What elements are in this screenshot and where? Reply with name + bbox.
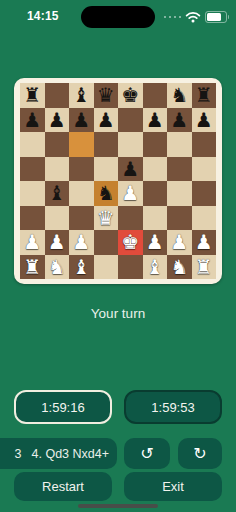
- square-h6[interactable]: [192, 132, 217, 157]
- piece-black-pawn: ♟: [97, 110, 115, 130]
- square-c3[interactable]: [69, 206, 94, 231]
- piece-black-knight: ♞: [97, 183, 115, 203]
- piece-white-knight: ♞: [170, 257, 188, 277]
- square-f8[interactable]: [143, 83, 168, 108]
- square-e7[interactable]: [118, 108, 143, 133]
- piece-black-knight: ♞: [170, 85, 188, 105]
- piece-black-queen: ♛: [97, 85, 115, 105]
- square-c8[interactable]: ♝: [69, 83, 94, 108]
- square-a4[interactable]: [20, 181, 45, 206]
- piece-white-pawn: ♟: [121, 183, 139, 203]
- cellular-signal-icon: [164, 16, 182, 19]
- square-e5[interactable]: ♟: [118, 157, 143, 182]
- square-c1[interactable]: ♝: [69, 255, 94, 280]
- square-a7[interactable]: ♟: [20, 108, 45, 133]
- battery-icon: [205, 11, 227, 23]
- bottom-buttons-row: Restart Exit: [14, 472, 222, 501]
- exit-button[interactable]: Exit: [124, 472, 222, 501]
- square-c2[interactable]: ♟: [69, 230, 94, 255]
- square-b3[interactable]: [45, 206, 70, 231]
- square-a3[interactable]: [20, 206, 45, 231]
- app-screen: 14:15 ♜♝♛♚♞♜♟♟♟♟♟♟♟♟♝♞♟♛♟♟♟♚♟♟♟♜♞♝♝♞♜ Yo…: [0, 0, 236, 512]
- square-f4[interactable]: [143, 181, 168, 206]
- square-h5[interactable]: [192, 157, 217, 182]
- square-b4[interactable]: ♝: [45, 181, 70, 206]
- square-b1[interactable]: ♞: [45, 255, 70, 280]
- square-f7[interactable]: ♟: [143, 108, 168, 133]
- square-c5[interactable]: [69, 157, 94, 182]
- piece-white-pawn: ♟: [170, 232, 188, 252]
- square-d3[interactable]: ♛: [94, 206, 119, 231]
- square-g6[interactable]: [167, 132, 192, 157]
- move-history[interactable]: 3 4. Qd3 Nxd4+: [0, 438, 117, 469]
- square-g5[interactable]: [167, 157, 192, 182]
- piece-black-pawn: ♟: [72, 110, 90, 130]
- piece-black-pawn: ♟: [121, 159, 139, 179]
- home-indicator[interactable]: [78, 504, 158, 508]
- square-f5[interactable]: [143, 157, 168, 182]
- board-frame: ♜♝♛♚♞♜♟♟♟♟♟♟♟♟♝♞♟♛♟♟♟♚♟♟♟♜♞♝♝♞♜: [14, 78, 222, 284]
- last-move-text: 4. Qd3 Nxd4+: [32, 447, 109, 461]
- square-e3[interactable]: [118, 206, 143, 231]
- piece-black-pawn: ♟: [48, 110, 66, 130]
- square-h8[interactable]: ♜: [192, 83, 217, 108]
- piece-black-pawn: ♟: [170, 110, 188, 130]
- square-h7[interactable]: ♟: [192, 108, 217, 133]
- square-d1[interactable]: [94, 255, 119, 280]
- square-b8[interactable]: [45, 83, 70, 108]
- chess-board[interactable]: ♜♝♛♚♞♜♟♟♟♟♟♟♟♟♝♞♟♛♟♟♟♚♟♟♟♜♞♝♝♞♜: [20, 83, 216, 279]
- square-e8[interactable]: ♚: [118, 83, 143, 108]
- square-e2[interactable]: ♚: [118, 230, 143, 255]
- square-g2[interactable]: ♟: [167, 230, 192, 255]
- square-a8[interactable]: ♜: [20, 83, 45, 108]
- square-b6[interactable]: [45, 132, 70, 157]
- square-d2[interactable]: [94, 230, 119, 255]
- piece-black-pawn: ♟: [195, 110, 213, 130]
- square-g3[interactable]: [167, 206, 192, 231]
- piece-white-knight: ♞: [48, 257, 66, 277]
- square-b7[interactable]: ♟: [45, 108, 70, 133]
- piece-white-pawn: ♟: [48, 232, 66, 252]
- square-f6[interactable]: [143, 132, 168, 157]
- piece-white-pawn: ♟: [72, 232, 90, 252]
- square-c4[interactable]: [69, 181, 94, 206]
- turn-status-text: Your turn: [0, 306, 236, 321]
- square-h2[interactable]: ♟: [192, 230, 217, 255]
- square-e4[interactable]: ♟: [118, 181, 143, 206]
- square-c6[interactable]: [69, 132, 94, 157]
- square-a2[interactable]: ♟: [20, 230, 45, 255]
- piece-black-rook: ♜: [195, 85, 213, 105]
- exit-label: Exit: [162, 479, 184, 494]
- restart-button[interactable]: Restart: [14, 472, 112, 501]
- piece-black-pawn: ♟: [23, 110, 41, 130]
- piece-black-rook: ♜: [23, 85, 41, 105]
- piece-black-pawn: ♟: [146, 110, 164, 130]
- square-d7[interactable]: ♟: [94, 108, 119, 133]
- square-g8[interactable]: ♞: [167, 83, 192, 108]
- restart-label: Restart: [42, 479, 84, 494]
- piece-black-bishop: ♝: [72, 85, 90, 105]
- piece-white-rook: ♜: [23, 257, 41, 277]
- square-h4[interactable]: [192, 181, 217, 206]
- move-history-tail: 3: [15, 447, 22, 461]
- square-g4[interactable]: [167, 181, 192, 206]
- square-e6[interactable]: [118, 132, 143, 157]
- square-f3[interactable]: [143, 206, 168, 231]
- square-a1[interactable]: ♜: [20, 255, 45, 280]
- white-clock: 1:59:16: [14, 390, 112, 424]
- square-f2[interactable]: ♟: [143, 230, 168, 255]
- square-c7[interactable]: ♟: [69, 108, 94, 133]
- piece-white-king: ♚: [121, 232, 139, 252]
- square-g7[interactable]: ♟: [167, 108, 192, 133]
- square-d4[interactable]: ♞: [94, 181, 119, 206]
- black-clock-time: 1:59:53: [151, 400, 194, 415]
- square-h3[interactable]: [192, 206, 217, 231]
- square-d8[interactable]: ♛: [94, 83, 119, 108]
- piece-white-rook: ♜: [195, 257, 213, 277]
- clock-row: 1:59:16 1:59:53: [14, 390, 222, 424]
- square-b5[interactable]: [45, 157, 70, 182]
- status-time: 14:15: [27, 9, 59, 23]
- square-d6[interactable]: [94, 132, 119, 157]
- undo-button[interactable]: ↺: [124, 438, 170, 469]
- status-icons: [164, 11, 228, 23]
- square-a6[interactable]: [20, 132, 45, 157]
- wifi-icon: [185, 11, 201, 23]
- piece-white-bishop: ♝: [146, 257, 164, 277]
- move-controls-row: 3 4. Qd3 Nxd4+ ↺ ↻: [0, 438, 222, 469]
- redo-icon: ↻: [193, 444, 206, 463]
- piece-black-bishop: ♝: [48, 183, 66, 203]
- square-h1[interactable]: ♜: [192, 255, 217, 280]
- square-a5[interactable]: [20, 157, 45, 182]
- dynamic-island: [81, 6, 155, 28]
- square-b2[interactable]: ♟: [45, 230, 70, 255]
- square-g1[interactable]: ♞: [167, 255, 192, 280]
- square-f1[interactable]: ♝: [143, 255, 168, 280]
- white-clock-time: 1:59:16: [41, 400, 84, 415]
- undo-icon: ↺: [140, 444, 153, 463]
- piece-white-pawn: ♟: [23, 232, 41, 252]
- piece-white-queen: ♛: [97, 208, 115, 228]
- black-clock: 1:59:53: [124, 390, 222, 424]
- piece-white-pawn: ♟: [146, 232, 164, 252]
- square-e1[interactable]: [118, 255, 143, 280]
- redo-button[interactable]: ↻: [178, 438, 222, 469]
- piece-white-bishop: ♝: [72, 257, 90, 277]
- piece-black-king: ♚: [121, 85, 139, 105]
- piece-white-pawn: ♟: [195, 232, 213, 252]
- square-d5[interactable]: [94, 157, 119, 182]
